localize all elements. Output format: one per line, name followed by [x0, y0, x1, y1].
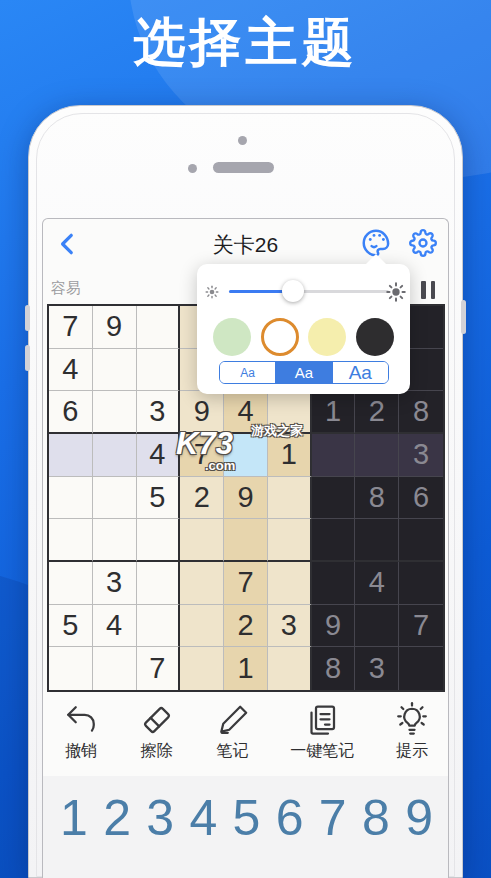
sudoku-cell-r3c6[interactable] — [268, 391, 312, 434]
sudoku-cell-r6c9[interactable] — [399, 519, 443, 562]
pen-icon — [215, 702, 251, 738]
sudoku-cell-r6c8[interactable] — [355, 519, 399, 562]
brightness-low-icon — [205, 285, 219, 299]
sudoku-cell-r8c5[interactable]: 2 — [224, 605, 268, 648]
sudoku-cell-r4c3[interactable]: 4 — [137, 434, 181, 477]
sudoku-cell-r6c4[interactable] — [180, 519, 224, 562]
sudoku-cell-r4c2[interactable] — [93, 434, 137, 477]
sudoku-cell-r7c6[interactable] — [268, 562, 312, 605]
numpad-2[interactable]: 2 — [103, 782, 131, 854]
undo-label: 撤销 — [65, 741, 97, 762]
gear-icon — [409, 229, 437, 257]
phone-sensor-dot — [238, 136, 247, 145]
sudoku-cell-r9c4[interactable] — [180, 647, 224, 690]
sudoku-cell-r2c3[interactable] — [137, 349, 181, 392]
sudoku-cell-r8c4[interactable] — [180, 605, 224, 648]
sudoku-cell-r4c4[interactable]: 7 — [180, 434, 224, 477]
sudoku-cell-r3c9[interactable]: 8 — [399, 391, 443, 434]
sudoku-cell-r1c1[interactable]: 7 — [49, 306, 93, 349]
sudoku-cell-r9c1[interactable] — [49, 647, 93, 690]
hint-bulb-icon — [394, 702, 430, 738]
numpad-4[interactable]: 4 — [189, 782, 217, 854]
theme-color-options — [213, 318, 394, 356]
undo-icon — [63, 702, 99, 738]
erase-button[interactable]: 擦除 — [139, 698, 175, 776]
phone-camera-dot — [188, 164, 197, 173]
sudoku-cell-r5c9[interactable]: 6 — [399, 477, 443, 520]
phone-power-button — [461, 300, 466, 334]
sudoku-cell-r7c7[interactable] — [312, 562, 356, 605]
sudoku-cell-r7c4[interactable] — [180, 562, 224, 605]
sudoku-cell-r3c2[interactable] — [93, 391, 137, 434]
hint-label: 提示 — [396, 741, 428, 762]
sudoku-cell-r8c1[interactable]: 5 — [49, 605, 93, 648]
numpad-8[interactable]: 8 — [362, 782, 390, 854]
sudoku-cell-r7c1[interactable] — [49, 562, 93, 605]
sudoku-cell-r9c9[interactable] — [399, 647, 443, 690]
settings-button[interactable] — [409, 229, 437, 257]
sudoku-cell-r6c6[interactable] — [268, 519, 312, 562]
font-size-option-0[interactable]: Aa — [220, 362, 276, 383]
theme-color-white-theme[interactable] — [261, 318, 299, 356]
sudoku-cell-r2c2[interactable] — [93, 349, 137, 392]
brightness-row — [197, 278, 410, 306]
sudoku-cell-r4c8[interactable] — [355, 434, 399, 477]
phone-volume-button — [25, 305, 30, 331]
brightness-high-icon — [386, 282, 406, 302]
auto-notes-label: 一键笔记 — [290, 741, 354, 762]
sudoku-cell-r3c3[interactable]: 3 — [137, 391, 181, 434]
hint-button[interactable]: 提示 — [394, 698, 430, 776]
sudoku-cell-r3c1[interactable]: 6 — [49, 391, 93, 434]
sudoku-cell-r7c2[interactable]: 3 — [93, 562, 137, 605]
pause-button[interactable] — [421, 281, 437, 299]
sudoku-cell-r5c7[interactable] — [312, 477, 356, 520]
sudoku-cell-r9c2[interactable] — [93, 647, 137, 690]
auto-notes-button[interactable]: 一键笔记 — [290, 698, 354, 776]
numpad-7[interactable]: 7 — [319, 782, 347, 854]
pause-icon — [431, 281, 436, 299]
page-title: 选择主题 — [0, 8, 491, 78]
sudoku-cell-r5c2[interactable] — [93, 477, 137, 520]
phone-volume-button — [25, 345, 30, 371]
sudoku-cell-r7c9[interactable] — [399, 562, 443, 605]
sudoku-cell-r7c8[interactable]: 4 — [355, 562, 399, 605]
toolbar: 撤销 擦除 笔记 — [43, 698, 449, 776]
erase-label: 擦除 — [141, 741, 173, 762]
sudoku-cell-r6c1[interactable] — [49, 519, 93, 562]
sudoku-cell-r5c5[interactable]: 9 — [224, 477, 268, 520]
sudoku-cell-r9c3[interactable]: 7 — [137, 647, 181, 690]
number-pad-area: 123456789 — [43, 776, 449, 878]
sudoku-cell-r5c3[interactable]: 5 — [137, 477, 181, 520]
theme-color-green-theme[interactable] — [213, 318, 251, 356]
popup-arrow — [365, 254, 387, 265]
sudoku-cell-r5c6[interactable] — [268, 477, 312, 520]
sudoku-cell-r7c5[interactable]: 7 — [224, 562, 268, 605]
sudoku-cell-r1c3[interactable] — [137, 306, 181, 349]
sudoku-cell-r9c8[interactable]: 3 — [355, 647, 399, 690]
promo-background: 选择主题 关卡26 — [0, 0, 491, 878]
sudoku-cell-r8c6[interactable]: 3 — [268, 605, 312, 648]
app-screen: 关卡26 容易 79463941284713529863745423977183… — [42, 218, 449, 878]
theme-color-black-theme[interactable] — [356, 318, 394, 356]
font-size-segmented-control: AaAaAa — [219, 361, 389, 384]
brightness-slider[interactable] — [229, 290, 389, 293]
sudoku-cell-r4c7[interactable] — [312, 434, 356, 477]
numpad-5[interactable]: 5 — [233, 782, 261, 854]
theme-color-yellow-theme[interactable] — [308, 318, 346, 356]
sudoku-cell-r9c5[interactable]: 1 — [224, 647, 268, 690]
brightness-slider-knob[interactable] — [282, 280, 304, 302]
difficulty-label: 容易 — [51, 279, 81, 298]
sudoku-cell-r3c4[interactable]: 9 — [180, 391, 224, 434]
sudoku-cell-r2c1[interactable]: 4 — [49, 349, 93, 392]
numpad-1[interactable]: 1 — [60, 782, 88, 854]
font-size-option-1[interactable]: Aa — [276, 362, 332, 383]
sudoku-cell-r3c5[interactable]: 4 — [224, 391, 268, 434]
numpad-9[interactable]: 9 — [405, 782, 433, 854]
sudoku-cell-r8c8[interactable] — [355, 605, 399, 648]
sudoku-cell-r6c2[interactable] — [93, 519, 137, 562]
sudoku-cell-r8c7[interactable]: 9 — [312, 605, 356, 648]
eraser-icon — [139, 702, 175, 738]
sudoku-cell-r8c2[interactable]: 4 — [93, 605, 137, 648]
notes-label: 笔记 — [217, 741, 249, 762]
sudoku-cell-r3c7[interactable]: 1 — [312, 391, 356, 434]
undo-button[interactable]: 撤销 — [63, 698, 99, 776]
sudoku-cell-r6c5[interactable] — [224, 519, 268, 562]
sudoku-cell-r3c8[interactable]: 2 — [355, 391, 399, 434]
phone-speaker — [213, 162, 274, 173]
sudoku-cell-r8c9[interactable]: 7 — [399, 605, 443, 648]
sudoku-cell-r9c6[interactable] — [268, 647, 312, 690]
sudoku-cell-r8c3[interactable] — [137, 605, 181, 648]
one-key-notes-icon — [304, 702, 340, 738]
pause-icon — [421, 281, 426, 299]
theme-popup: AaAaAa — [197, 264, 410, 394]
sudoku-cell-r5c8[interactable]: 8 — [355, 477, 399, 520]
numpad-6[interactable]: 6 — [276, 782, 304, 854]
sudoku-cell-r9c7[interactable]: 8 — [312, 647, 356, 690]
sudoku-cell-r1c2[interactable]: 9 — [93, 306, 137, 349]
notes-button[interactable]: 笔记 — [215, 698, 251, 776]
sudoku-cell-r7c3[interactable] — [137, 562, 181, 605]
sudoku-cell-r6c3[interactable] — [137, 519, 181, 562]
sudoku-cell-r4c1[interactable] — [49, 434, 93, 477]
numpad-3[interactable]: 3 — [146, 782, 174, 854]
sudoku-cell-r4c9[interactable]: 3 — [399, 434, 443, 477]
sudoku-cell-r4c5[interactable] — [224, 434, 268, 477]
sudoku-cell-r5c4[interactable]: 2 — [180, 477, 224, 520]
font-size-option-2[interactable]: Aa — [333, 362, 388, 383]
sudoku-cell-r4c6[interactable]: 1 — [268, 434, 312, 477]
sudoku-cell-r5c1[interactable] — [49, 477, 93, 520]
number-pad: 123456789 — [43, 782, 449, 854]
sudoku-cell-r6c7[interactable] — [312, 519, 356, 562]
